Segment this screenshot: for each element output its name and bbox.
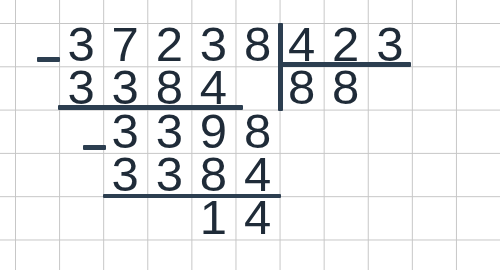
minus-sign-step-1 <box>37 57 61 62</box>
dividend-digit-5: 8 <box>236 23 280 66</box>
quotient-digit-2: 8 <box>324 66 368 109</box>
remainder-digit-2: 4 <box>236 196 280 239</box>
quotient-digit-1: 8 <box>280 66 324 109</box>
minus-sign-step-2 <box>83 145 106 150</box>
divisor-digit-3: 3 <box>368 23 412 66</box>
product-2-digit-1: 3 <box>103 153 147 196</box>
subtraction-line-2 <box>103 194 282 199</box>
remainder-digit-1: 1 <box>191 196 235 239</box>
product-2-digit-2: 3 <box>147 153 191 196</box>
divisor-underline <box>278 62 411 67</box>
subtraction-line-1 <box>58 105 243 110</box>
long-division-worksheet: 372384233384883398338414 <box>0 0 500 270</box>
product-1-digit-1: 3 <box>59 66 103 109</box>
